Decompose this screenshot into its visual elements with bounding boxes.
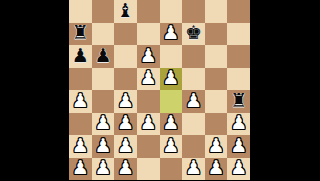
square-g1[interactable]: ♟ xyxy=(205,158,228,181)
square-h7[interactable] xyxy=(227,23,250,46)
square-c5[interactable] xyxy=(114,68,137,91)
square-g7[interactable] xyxy=(205,23,228,46)
white-pawn-d5[interactable]: ♟ xyxy=(140,68,157,87)
chess-board: ♝♜♟♚♟♟♟♟♟♟♟♟♜♟♟♟♟♟♟♟♟♟♟♟♟♟♟♟♟♟ xyxy=(69,0,250,180)
square-h4[interactable]: ♜ xyxy=(227,90,250,113)
square-c6[interactable] xyxy=(114,45,137,68)
white-pawn-a1[interactable]: ♟ xyxy=(72,158,89,177)
square-f5[interactable] xyxy=(182,68,205,91)
square-g3[interactable] xyxy=(205,113,228,136)
white-pawn-f4[interactable]: ♟ xyxy=(185,91,202,110)
square-d1[interactable] xyxy=(137,158,160,181)
square-b2[interactable]: ♟ xyxy=(92,135,115,158)
square-a3[interactable] xyxy=(69,113,92,136)
square-h6[interactable] xyxy=(227,45,250,68)
white-pawn-h3[interactable]: ♟ xyxy=(230,113,247,132)
square-e7[interactable]: ♟ xyxy=(160,23,183,46)
square-d8[interactable] xyxy=(137,0,160,23)
square-a5[interactable] xyxy=(69,68,92,91)
white-pawn-c4[interactable]: ♟ xyxy=(117,91,134,110)
white-pawn-d3[interactable]: ♟ xyxy=(140,113,157,132)
square-f7[interactable]: ♚ xyxy=(182,23,205,46)
white-pawn-f1[interactable]: ♟ xyxy=(185,158,202,177)
square-f3[interactable] xyxy=(182,113,205,136)
square-h8[interactable] xyxy=(227,0,250,23)
square-a1[interactable]: ♟ xyxy=(69,158,92,181)
square-g5[interactable] xyxy=(205,68,228,91)
square-d2[interactable] xyxy=(137,135,160,158)
square-d4[interactable] xyxy=(137,90,160,113)
square-c4[interactable]: ♟ xyxy=(114,90,137,113)
square-h5[interactable] xyxy=(227,68,250,91)
square-a6[interactable]: ♟ xyxy=(69,45,92,68)
black-pawn-b6[interactable]: ♟ xyxy=(94,46,111,65)
square-b3[interactable]: ♟ xyxy=(92,113,115,136)
white-pawn-d6[interactable]: ♟ xyxy=(140,46,157,65)
black-king-f7[interactable]: ♚ xyxy=(185,23,202,42)
white-pawn-c1[interactable]: ♟ xyxy=(117,158,134,177)
square-b1[interactable]: ♟ xyxy=(92,158,115,181)
square-b6[interactable]: ♟ xyxy=(92,45,115,68)
square-a4[interactable]: ♟ xyxy=(69,90,92,113)
white-pawn-e7[interactable]: ♟ xyxy=(162,23,179,42)
square-g6[interactable] xyxy=(205,45,228,68)
square-a8[interactable] xyxy=(69,0,92,23)
square-d5[interactable]: ♟ xyxy=(137,68,160,91)
square-f2[interactable] xyxy=(182,135,205,158)
white-pawn-g2[interactable]: ♟ xyxy=(208,136,225,155)
square-h3[interactable]: ♟ xyxy=(227,113,250,136)
white-pawn-e2[interactable]: ♟ xyxy=(162,136,179,155)
square-d3[interactable]: ♟ xyxy=(137,113,160,136)
white-pawn-b2[interactable]: ♟ xyxy=(94,136,111,155)
white-pawn-e3[interactable]: ♟ xyxy=(162,113,179,132)
white-pawn-c2[interactable]: ♟ xyxy=(117,136,134,155)
square-g2[interactable]: ♟ xyxy=(205,135,228,158)
white-pawn-b3[interactable]: ♟ xyxy=(94,113,111,132)
square-g8[interactable] xyxy=(205,0,228,23)
square-a7[interactable]: ♜ xyxy=(69,23,92,46)
white-pawn-c3[interactable]: ♟ xyxy=(117,113,134,132)
square-b4[interactable] xyxy=(92,90,115,113)
square-e6[interactable] xyxy=(160,45,183,68)
square-c1[interactable]: ♟ xyxy=(114,158,137,181)
square-f4[interactable]: ♟ xyxy=(182,90,205,113)
white-pawn-g1[interactable]: ♟ xyxy=(208,158,225,177)
square-e2[interactable]: ♟ xyxy=(160,135,183,158)
square-b7[interactable] xyxy=(92,23,115,46)
square-h2[interactable]: ♟ xyxy=(227,135,250,158)
square-e3[interactable]: ♟ xyxy=(160,113,183,136)
black-rook-h4[interactable]: ♜ xyxy=(230,91,247,110)
white-pawn-h1[interactable]: ♟ xyxy=(230,158,247,177)
square-c2[interactable]: ♟ xyxy=(114,135,137,158)
square-c3[interactable]: ♟ xyxy=(114,113,137,136)
square-c8[interactable]: ♝ xyxy=(114,0,137,23)
black-pawn-a6[interactable]: ♟ xyxy=(72,46,89,65)
square-d6[interactable]: ♟ xyxy=(137,45,160,68)
white-pawn-a2[interactable]: ♟ xyxy=(72,136,89,155)
square-f8[interactable] xyxy=(182,0,205,23)
white-pawn-a4[interactable]: ♟ xyxy=(72,91,89,110)
square-b5[interactable] xyxy=(92,68,115,91)
square-a2[interactable]: ♟ xyxy=(69,135,92,158)
square-e8[interactable] xyxy=(160,0,183,23)
square-d7[interactable] xyxy=(137,23,160,46)
black-bishop-c8[interactable]: ♝ xyxy=(117,1,134,20)
square-e1[interactable] xyxy=(160,158,183,181)
square-e4[interactable] xyxy=(160,90,183,113)
square-h1[interactable]: ♟ xyxy=(227,158,250,181)
white-pawn-h2[interactable]: ♟ xyxy=(230,136,247,155)
white-pawn-e5[interactable]: ♟ xyxy=(162,68,179,87)
square-e5[interactable]: ♟ xyxy=(160,68,183,91)
square-c7[interactable] xyxy=(114,23,137,46)
square-g4[interactable] xyxy=(205,90,228,113)
square-f1[interactable]: ♟ xyxy=(182,158,205,181)
white-pawn-b1[interactable]: ♟ xyxy=(94,158,111,177)
square-b8[interactable] xyxy=(92,0,115,23)
square-f6[interactable] xyxy=(182,45,205,68)
black-rook-a7[interactable]: ♜ xyxy=(72,23,89,42)
